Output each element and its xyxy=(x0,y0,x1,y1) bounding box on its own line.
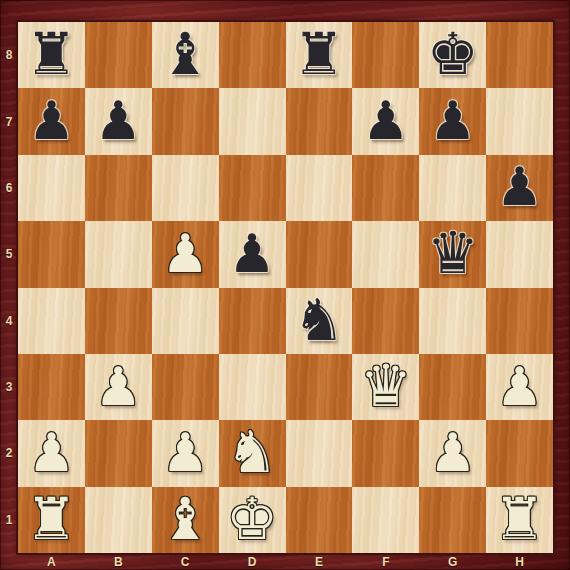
rank-label-2: 2 xyxy=(0,420,18,486)
piece-black-pawn-g7[interactable]: ♟ xyxy=(429,94,477,147)
square-g7[interactable]: ♟ xyxy=(419,88,486,154)
rank-label-4: 4 xyxy=(0,288,18,354)
square-e2[interactable] xyxy=(286,420,353,486)
piece-white-rook-a1[interactable]: ♜ xyxy=(25,490,77,548)
square-e3[interactable] xyxy=(286,354,353,420)
square-c4[interactable] xyxy=(152,288,219,354)
square-g3[interactable] xyxy=(419,354,486,420)
piece-black-pawn-f7[interactable]: ♟ xyxy=(362,94,410,147)
rank-label-3: 3 xyxy=(0,354,18,420)
square-d1[interactable]: ♚ xyxy=(219,487,286,553)
rank-label-6: 6 xyxy=(0,155,18,221)
piece-white-pawn-a2[interactable]: ♟ xyxy=(28,426,76,479)
square-a6[interactable] xyxy=(18,155,85,221)
square-c5[interactable]: ♟ xyxy=(152,221,219,287)
square-c1[interactable]: ♝ xyxy=(152,487,219,553)
square-b5[interactable] xyxy=(85,221,152,287)
square-a4[interactable] xyxy=(18,288,85,354)
square-a8[interactable]: ♜ xyxy=(18,22,85,88)
square-f8[interactable] xyxy=(352,22,419,88)
square-g5[interactable]: ♛ xyxy=(419,221,486,287)
square-e8[interactable]: ♜ xyxy=(286,22,353,88)
square-d6[interactable] xyxy=(219,155,286,221)
square-b6[interactable] xyxy=(85,155,152,221)
square-f5[interactable] xyxy=(352,221,419,287)
square-h7[interactable] xyxy=(486,88,553,154)
square-h6[interactable]: ♟ xyxy=(486,155,553,221)
square-b7[interactable]: ♟ xyxy=(85,88,152,154)
piece-black-queen-g5[interactable]: ♛ xyxy=(427,224,479,282)
piece-white-pawn-c5[interactable]: ♟ xyxy=(161,227,209,280)
piece-black-rook-a8[interactable]: ♜ xyxy=(25,25,77,83)
square-h2[interactable] xyxy=(486,420,553,486)
square-f6[interactable] xyxy=(352,155,419,221)
square-h3[interactable]: ♟ xyxy=(486,354,553,420)
square-e5[interactable] xyxy=(286,221,353,287)
piece-white-pawn-g2[interactable]: ♟ xyxy=(429,426,477,479)
board[interactable]: ♜♝♜♚♟♟♟♟♟♟♟♛♞♟♛♟♟♟♞♟♜♝♚♜ xyxy=(18,22,553,553)
piece-black-rook-e8[interactable]: ♜ xyxy=(293,25,345,83)
piece-black-knight-e4[interactable]: ♞ xyxy=(293,291,345,349)
chessboard-frame: 87654321 ♜♝♜♚♟♟♟♟♟♟♟♛♞♟♛♟♟♟♞♟♜♝♚♜ ABCDEF… xyxy=(0,0,570,570)
rank-label-7: 7 xyxy=(0,88,18,154)
square-c6[interactable] xyxy=(152,155,219,221)
piece-black-pawn-h6[interactable]: ♟ xyxy=(496,160,544,213)
piece-white-pawn-h3[interactable]: ♟ xyxy=(496,360,544,413)
square-f1[interactable] xyxy=(352,487,419,553)
rank-label-1: 1 xyxy=(0,487,18,553)
square-g8[interactable]: ♚ xyxy=(419,22,486,88)
square-g1[interactable] xyxy=(419,487,486,553)
piece-black-pawn-b7[interactable]: ♟ xyxy=(95,94,143,147)
square-a3[interactable] xyxy=(18,354,85,420)
square-b2[interactable] xyxy=(85,420,152,486)
piece-white-bishop-c1[interactable]: ♝ xyxy=(159,490,211,548)
file-label-a: A xyxy=(18,553,85,570)
file-label-h: H xyxy=(486,553,553,570)
square-a7[interactable]: ♟ xyxy=(18,88,85,154)
square-e1[interactable] xyxy=(286,487,353,553)
piece-white-king-d1[interactable]: ♚ xyxy=(226,490,278,548)
square-d7[interactable] xyxy=(219,88,286,154)
piece-white-rook-h1[interactable]: ♜ xyxy=(494,490,546,548)
square-b8[interactable] xyxy=(85,22,152,88)
file-labels: ABCDEFGH xyxy=(18,553,553,570)
square-f4[interactable] xyxy=(352,288,419,354)
square-h8[interactable] xyxy=(486,22,553,88)
square-a1[interactable]: ♜ xyxy=(18,487,85,553)
square-c8[interactable]: ♝ xyxy=(152,22,219,88)
square-b3[interactable]: ♟ xyxy=(85,354,152,420)
square-g4[interactable] xyxy=(419,288,486,354)
square-c3[interactable] xyxy=(152,354,219,420)
file-label-d: D xyxy=(219,553,286,570)
square-f2[interactable] xyxy=(352,420,419,486)
piece-white-pawn-c2[interactable]: ♟ xyxy=(161,426,209,479)
square-a2[interactable]: ♟ xyxy=(18,420,85,486)
square-e6[interactable] xyxy=(286,155,353,221)
square-f7[interactable]: ♟ xyxy=(352,88,419,154)
piece-black-bishop-c8[interactable]: ♝ xyxy=(159,25,211,83)
square-h4[interactable] xyxy=(486,288,553,354)
square-g2[interactable]: ♟ xyxy=(419,420,486,486)
file-label-e: E xyxy=(286,553,353,570)
file-label-b: B xyxy=(85,553,152,570)
square-b4[interactable] xyxy=(85,288,152,354)
rank-labels: 87654321 xyxy=(0,22,18,553)
square-h5[interactable] xyxy=(486,221,553,287)
square-e7[interactable] xyxy=(286,88,353,154)
square-g6[interactable] xyxy=(419,155,486,221)
piece-white-queen-f3[interactable]: ♛ xyxy=(360,357,412,415)
square-d4[interactable] xyxy=(219,288,286,354)
file-label-f: F xyxy=(352,553,419,570)
square-d5[interactable]: ♟ xyxy=(219,221,286,287)
square-e4[interactable]: ♞ xyxy=(286,288,353,354)
square-f3[interactable]: ♛ xyxy=(352,354,419,420)
square-a5[interactable] xyxy=(18,221,85,287)
file-label-g: G xyxy=(419,553,486,570)
piece-white-pawn-b3[interactable]: ♟ xyxy=(95,360,143,413)
piece-black-king-g8[interactable]: ♚ xyxy=(427,25,479,83)
square-d3[interactable] xyxy=(219,354,286,420)
square-d2[interactable]: ♞ xyxy=(219,420,286,486)
square-b1[interactable] xyxy=(85,487,152,553)
file-label-c: C xyxy=(152,553,219,570)
piece-black-pawn-d5[interactable]: ♟ xyxy=(228,227,276,280)
piece-white-knight-d2[interactable]: ♞ xyxy=(226,423,278,481)
piece-black-pawn-a7[interactable]: ♟ xyxy=(28,94,76,147)
square-h1[interactable]: ♜ xyxy=(486,487,553,553)
square-c2[interactable]: ♟ xyxy=(152,420,219,486)
rank-label-8: 8 xyxy=(0,22,18,88)
square-c7[interactable] xyxy=(152,88,219,154)
rank-label-5: 5 xyxy=(0,221,18,287)
square-d8[interactable] xyxy=(219,22,286,88)
